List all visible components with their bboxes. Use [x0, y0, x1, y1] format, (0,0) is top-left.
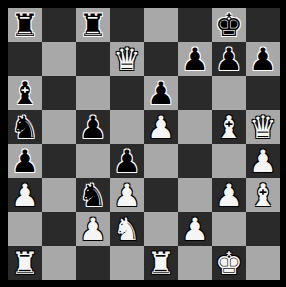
square-e8[interactable]	[144, 8, 178, 42]
square-c7[interactable]	[76, 42, 110, 76]
square-h1[interactable]	[246, 246, 280, 280]
square-a3[interactable]: ♟	[8, 178, 42, 212]
square-b6[interactable]	[42, 76, 76, 110]
square-a7[interactable]	[8, 42, 42, 76]
black-rook-piece: ♜	[11, 8, 39, 42]
square-b3[interactable]	[42, 178, 76, 212]
white-pawn-piece: ♟	[11, 178, 39, 212]
square-g6[interactable]	[212, 76, 246, 110]
square-g5[interactable]: ♝	[212, 110, 246, 144]
square-e3[interactable]	[144, 178, 178, 212]
square-h2[interactable]	[246, 212, 280, 246]
black-rook-piece: ♜	[79, 8, 107, 42]
square-a6[interactable]: ♝	[8, 76, 42, 110]
black-knight-piece: ♞	[11, 110, 39, 144]
square-e1[interactable]: ♜	[144, 246, 178, 280]
black-pawn-piece: ♟	[215, 42, 243, 76]
black-pawn-piece: ♟	[147, 76, 175, 110]
chess-board: ♜♜♚♛♟♟♟♝♟♞♟♟♝♛♟♟♟♟♞♟♟♝♟♞♟♜♜♚	[8, 8, 280, 280]
square-c8[interactable]: ♜	[76, 8, 110, 42]
square-b4[interactable]	[42, 144, 76, 178]
white-queen-piece: ♛	[249, 110, 277, 144]
square-b5[interactable]	[42, 110, 76, 144]
square-h5[interactable]: ♛	[246, 110, 280, 144]
square-d6[interactable]	[110, 76, 144, 110]
white-rook-piece: ♜	[11, 246, 39, 280]
square-b7[interactable]	[42, 42, 76, 76]
square-f4[interactable]	[178, 144, 212, 178]
square-e4[interactable]	[144, 144, 178, 178]
square-h8[interactable]	[246, 8, 280, 42]
square-d7[interactable]: ♛	[110, 42, 144, 76]
square-h3[interactable]: ♝	[246, 178, 280, 212]
chess-board-frame: ♜♜♚♛♟♟♟♝♟♞♟♟♝♛♟♟♟♟♞♟♟♝♟♞♟♜♜♚	[0, 0, 286, 287]
square-a8[interactable]: ♜	[8, 8, 42, 42]
white-pawn-piece: ♟	[181, 212, 209, 246]
square-d2[interactable]: ♞	[110, 212, 144, 246]
square-f8[interactable]	[178, 8, 212, 42]
square-g2[interactable]	[212, 212, 246, 246]
black-pawn-piece: ♟	[249, 42, 277, 76]
black-bishop-piece: ♝	[11, 76, 39, 110]
white-pawn-piece: ♟	[215, 178, 243, 212]
white-pawn-piece: ♟	[79, 212, 107, 246]
square-d4[interactable]: ♟	[110, 144, 144, 178]
square-f2[interactable]: ♟	[178, 212, 212, 246]
square-c2[interactable]: ♟	[76, 212, 110, 246]
square-d5[interactable]	[110, 110, 144, 144]
white-queen-piece: ♛	[113, 42, 141, 76]
black-king-piece: ♚	[215, 8, 243, 42]
square-f3[interactable]	[178, 178, 212, 212]
black-pawn-piece: ♟	[11, 144, 39, 178]
square-g4[interactable]	[212, 144, 246, 178]
square-a2[interactable]	[8, 212, 42, 246]
square-d1[interactable]	[110, 246, 144, 280]
square-e5[interactable]: ♟	[144, 110, 178, 144]
black-knight-piece: ♞	[79, 178, 107, 212]
square-h7[interactable]: ♟	[246, 42, 280, 76]
square-f5[interactable]	[178, 110, 212, 144]
white-pawn-piece: ♟	[113, 178, 141, 212]
square-c4[interactable]	[76, 144, 110, 178]
square-g7[interactable]: ♟	[212, 42, 246, 76]
white-king-piece: ♚	[215, 246, 243, 280]
square-b8[interactable]	[42, 8, 76, 42]
square-g1[interactable]: ♚	[212, 246, 246, 280]
square-e7[interactable]	[144, 42, 178, 76]
square-b1[interactable]	[42, 246, 76, 280]
square-c3[interactable]: ♞	[76, 178, 110, 212]
square-g3[interactable]: ♟	[212, 178, 246, 212]
square-a1[interactable]: ♜	[8, 246, 42, 280]
square-d8[interactable]	[110, 8, 144, 42]
white-pawn-piece: ♟	[249, 144, 277, 178]
square-f7[interactable]: ♟	[178, 42, 212, 76]
square-c1[interactable]	[76, 246, 110, 280]
white-rook-piece: ♜	[147, 246, 175, 280]
square-e2[interactable]	[144, 212, 178, 246]
square-c6[interactable]	[76, 76, 110, 110]
white-bishop-piece: ♝	[215, 110, 243, 144]
square-a4[interactable]: ♟	[8, 144, 42, 178]
black-pawn-piece: ♟	[79, 110, 107, 144]
square-g8[interactable]: ♚	[212, 8, 246, 42]
square-h4[interactable]: ♟	[246, 144, 280, 178]
square-f1[interactable]	[178, 246, 212, 280]
square-f6[interactable]	[178, 76, 212, 110]
square-d3[interactable]: ♟	[110, 178, 144, 212]
black-pawn-piece: ♟	[113, 144, 141, 178]
square-a5[interactable]: ♞	[8, 110, 42, 144]
square-h6[interactable]	[246, 76, 280, 110]
white-pawn-piece: ♟	[147, 110, 175, 144]
square-c5[interactable]: ♟	[76, 110, 110, 144]
square-e6[interactable]: ♟	[144, 76, 178, 110]
white-knight-piece: ♞	[113, 212, 141, 246]
square-b2[interactable]	[42, 212, 76, 246]
black-pawn-piece: ♟	[181, 42, 209, 76]
white-bishop-piece: ♝	[249, 178, 277, 212]
